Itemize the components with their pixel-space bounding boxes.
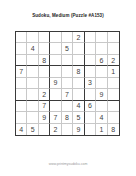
cell-r7c8 xyxy=(96,101,107,112)
cell-r7c7: 6 xyxy=(85,101,96,112)
cell-r3c1 xyxy=(16,55,27,66)
cell-r8c8: 4 xyxy=(96,112,107,123)
cell-r5c7: 3 xyxy=(85,78,96,89)
cell-r6c3: 2 xyxy=(39,89,50,100)
cell-r2c2: 4 xyxy=(27,43,38,54)
cell-r4c7 xyxy=(85,66,96,77)
cell-r2c8 xyxy=(96,43,107,54)
cell-r3c3: 8 xyxy=(39,55,50,66)
cell-r4c4 xyxy=(50,66,61,77)
cell-r1c6: 2 xyxy=(73,32,84,43)
cell-r6c4 xyxy=(50,89,61,100)
cell-r4c8 xyxy=(96,66,107,77)
cell-r6c6 xyxy=(73,89,84,100)
cell-r1c9 xyxy=(108,32,119,43)
cell-r4c2 xyxy=(27,66,38,77)
sudoku-sheet: Sudoku, Medium (Puzzle #A153) 2458627819… xyxy=(0,0,136,176)
cell-r9c4: 2 xyxy=(50,124,61,135)
cell-r9c6: 9 xyxy=(73,124,84,135)
cell-r1c8 xyxy=(96,32,107,43)
cell-r2c3 xyxy=(39,43,50,54)
cell-r6c8: 9 xyxy=(96,89,107,100)
cell-r7c9 xyxy=(108,101,119,112)
cell-r3c4 xyxy=(50,55,61,66)
cell-r8c4: 7 xyxy=(50,112,61,123)
cell-r3c5 xyxy=(62,55,73,66)
cell-r9c3 xyxy=(39,124,50,135)
cell-r6c2 xyxy=(27,89,38,100)
cell-r7c3: 7 xyxy=(39,101,50,112)
cell-r3c8: 6 xyxy=(96,55,107,66)
cell-r7c5 xyxy=(62,101,73,112)
cell-r9c2: 5 xyxy=(27,124,38,135)
cell-r3c7 xyxy=(85,55,96,66)
cell-r8c9 xyxy=(108,112,119,123)
cell-r6c7 xyxy=(85,89,96,100)
cell-r2c7 xyxy=(85,43,96,54)
cell-r4c6: 8 xyxy=(73,66,84,77)
cell-r5c8 xyxy=(96,78,107,89)
cell-r9c8: 1 xyxy=(96,124,107,135)
cell-r6c5: 7 xyxy=(62,89,73,100)
cell-r8c2 xyxy=(27,112,38,123)
cell-r9c7 xyxy=(85,124,96,135)
cell-r2c6 xyxy=(73,43,84,54)
cell-r5c2 xyxy=(27,78,38,89)
cell-r1c3 xyxy=(39,32,50,43)
cell-r8c3: 9 xyxy=(39,112,50,123)
cell-r2c9 xyxy=(108,43,119,54)
cell-r8c6: 5 xyxy=(73,112,84,123)
cell-r2c5: 5 xyxy=(62,43,73,54)
cell-r1c2 xyxy=(27,32,38,43)
cell-r9c5 xyxy=(62,124,73,135)
cell-r1c1 xyxy=(16,32,27,43)
cell-r8c5: 8 xyxy=(62,112,73,123)
cell-r7c4 xyxy=(50,101,61,112)
cell-r1c5 xyxy=(62,32,73,43)
cell-r2c1 xyxy=(16,43,27,54)
cell-r2c4 xyxy=(50,43,61,54)
cell-r4c1: 7 xyxy=(16,66,27,77)
cell-r7c2 xyxy=(27,101,38,112)
cell-r9c1: 4 xyxy=(16,124,27,135)
cell-r4c5 xyxy=(62,66,73,77)
footer-url: www.printmysudoku.com xyxy=(0,162,136,167)
cell-r6c1 xyxy=(16,89,27,100)
cell-r5c9 xyxy=(108,78,119,89)
cell-r3c2 xyxy=(27,55,38,66)
cell-r3c9: 2 xyxy=(108,55,119,66)
cell-r3c6 xyxy=(73,55,84,66)
cell-r5c5 xyxy=(62,78,73,89)
sudoku-grid: 2458627819327974697854452918 xyxy=(15,31,120,136)
cell-r1c7 xyxy=(85,32,96,43)
cell-r5c6 xyxy=(73,78,84,89)
cell-r5c3 xyxy=(39,78,50,89)
cell-r4c9: 1 xyxy=(108,66,119,77)
cell-r1c4 xyxy=(50,32,61,43)
cell-r8c7 xyxy=(85,112,96,123)
cell-r5c4: 9 xyxy=(50,78,61,89)
cell-r4c3 xyxy=(39,66,50,77)
cell-r5c1 xyxy=(16,78,27,89)
cell-r7c6: 4 xyxy=(73,101,84,112)
cell-r8c1 xyxy=(16,112,27,123)
cell-r9c9: 8 xyxy=(108,124,119,135)
page-title: Sudoku, Medium (Puzzle #A153) xyxy=(0,13,136,19)
cell-r7c1 xyxy=(16,101,27,112)
cell-r6c9 xyxy=(108,89,119,100)
